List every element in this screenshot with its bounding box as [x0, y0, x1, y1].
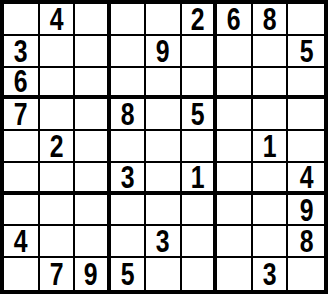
sudoku-cell-r3c8[interactable]	[253, 68, 289, 100]
sudoku-board: 426839567852131494387953	[0, 0, 328, 294]
given-digit: 8	[121, 99, 135, 130]
given-digit: 9	[156, 36, 170, 67]
sudoku-cell-r1c2[interactable]: 4	[40, 4, 76, 36]
given-digit: 5	[121, 258, 135, 290]
sudoku-cell-r9c5[interactable]	[146, 258, 182, 290]
sudoku-cell-r7c2[interactable]	[40, 195, 76, 227]
sudoku-cell-r8c2[interactable]	[40, 226, 76, 258]
sudoku-puzzle: 426839567852131494387953	[0, 0, 328, 294]
sudoku-cell-r1c1[interactable]	[4, 4, 40, 36]
sudoku-cell-r1c8[interactable]: 8	[253, 4, 289, 36]
given-digit: 4	[14, 226, 28, 257]
sudoku-cell-r1c6[interactable]: 2	[182, 4, 218, 36]
sudoku-cell-r1c4[interactable]	[111, 4, 147, 36]
sudoku-cell-r6c9[interactable]: 4	[288, 163, 324, 195]
sudoku-cell-r8c8[interactable]	[253, 226, 289, 258]
sudoku-cell-r4c2[interactable]	[40, 99, 76, 131]
sudoku-cell-r3c2[interactable]	[40, 68, 76, 100]
sudoku-cell-r8c4[interactable]	[111, 226, 147, 258]
given-digit: 5	[299, 36, 313, 67]
sudoku-cell-r7c3[interactable]	[75, 195, 111, 227]
sudoku-cell-r3c4[interactable]	[111, 68, 147, 100]
given-digit: 2	[191, 4, 205, 35]
sudoku-cell-r2c8[interactable]	[253, 36, 289, 68]
given-digit: 8	[299, 226, 313, 257]
sudoku-cell-r9c9[interactable]	[288, 258, 324, 290]
sudoku-cell-r4c3[interactable]	[75, 99, 111, 131]
sudoku-cell-r5c7[interactable]	[217, 131, 253, 163]
sudoku-cell-r9c3[interactable]: 9	[75, 258, 111, 290]
sudoku-cell-r3c3[interactable]	[75, 68, 111, 100]
sudoku-cell-r8c1[interactable]: 4	[4, 226, 40, 258]
given-digit: 3	[263, 258, 277, 290]
sudoku-cell-r9c7[interactable]	[217, 258, 253, 290]
sudoku-cell-r5c6[interactable]	[182, 131, 218, 163]
given-digit: 3	[14, 36, 28, 67]
sudoku-cell-r1c5[interactable]	[146, 4, 182, 36]
given-digit: 6	[14, 68, 28, 98]
sudoku-cell-r3c9[interactable]	[288, 68, 324, 100]
given-digit: 9	[84, 258, 98, 290]
sudoku-cell-r9c8[interactable]: 3	[253, 258, 289, 290]
sudoku-cell-r8c6[interactable]	[182, 226, 218, 258]
sudoku-cell-r8c5[interactable]: 3	[146, 226, 182, 258]
sudoku-cell-r7c8[interactable]	[253, 195, 289, 227]
sudoku-cell-r9c6[interactable]	[182, 258, 218, 290]
given-digit: 9	[299, 195, 313, 226]
sudoku-cell-r1c7[interactable]: 6	[217, 4, 253, 36]
sudoku-cell-r2c6[interactable]	[182, 36, 218, 68]
sudoku-cell-r8c3[interactable]	[75, 226, 111, 258]
sudoku-cell-r9c1[interactable]	[4, 258, 40, 290]
given-digit: 1	[191, 163, 205, 193]
sudoku-cell-r3c1[interactable]: 6	[4, 68, 40, 100]
sudoku-cell-r5c2[interactable]: 2	[40, 131, 76, 163]
sudoku-cell-r2c9[interactable]: 5	[288, 36, 324, 68]
given-digit: 3	[156, 226, 170, 257]
sudoku-cell-r7c5[interactable]	[146, 195, 182, 227]
sudoku-cell-r7c9[interactable]: 9	[288, 195, 324, 227]
sudoku-cell-r3c6[interactable]	[182, 68, 218, 100]
sudoku-cell-r4c6[interactable]: 5	[182, 99, 218, 131]
sudoku-cell-r9c2[interactable]: 7	[40, 258, 76, 290]
sudoku-cell-r4c9[interactable]	[288, 99, 324, 131]
given-digit: 2	[49, 131, 63, 162]
sudoku-cell-r4c1[interactable]: 7	[4, 99, 40, 131]
sudoku-cell-r7c6[interactable]	[182, 195, 218, 227]
sudoku-cell-r2c5[interactable]: 9	[146, 36, 182, 68]
sudoku-cell-r7c7[interactable]	[217, 195, 253, 227]
sudoku-cell-r6c7[interactable]	[217, 163, 253, 195]
given-digit: 5	[191, 99, 205, 130]
sudoku-cell-r9c4[interactable]: 5	[111, 258, 147, 290]
sudoku-cell-r6c5[interactable]	[146, 163, 182, 195]
sudoku-cell-r6c2[interactable]	[40, 163, 76, 195]
sudoku-cell-r7c1[interactable]	[4, 195, 40, 227]
given-digit: 1	[263, 131, 277, 162]
given-digit: 4	[49, 4, 63, 35]
sudoku-cell-r6c4[interactable]: 3	[111, 163, 147, 195]
sudoku-cell-r3c5[interactable]	[146, 68, 182, 100]
sudoku-cell-r4c7[interactable]	[217, 99, 253, 131]
sudoku-cell-r5c1[interactable]	[4, 131, 40, 163]
given-digit: 3	[121, 163, 135, 193]
sudoku-cell-r3c7[interactable]	[217, 68, 253, 100]
sudoku-cell-r5c3[interactable]	[75, 131, 111, 163]
sudoku-cell-r8c7[interactable]	[217, 226, 253, 258]
given-digit: 7	[49, 258, 63, 290]
sudoku-cell-r6c8[interactable]	[253, 163, 289, 195]
sudoku-cell-r7c4[interactable]	[111, 195, 147, 227]
sudoku-cell-r2c7[interactable]	[217, 36, 253, 68]
sudoku-cell-r2c3[interactable]	[75, 36, 111, 68]
given-digit: 8	[263, 4, 277, 35]
sudoku-cell-r5c8[interactable]: 1	[253, 131, 289, 163]
given-digit: 7	[14, 99, 28, 130]
sudoku-cell-r5c4[interactable]	[111, 131, 147, 163]
sudoku-cell-r2c1[interactable]: 3	[4, 36, 40, 68]
given-digit: 6	[227, 4, 241, 35]
sudoku-cell-r6c1[interactable]	[4, 163, 40, 195]
sudoku-cell-r2c4[interactable]	[111, 36, 147, 68]
sudoku-cell-r2c2[interactable]	[40, 36, 76, 68]
sudoku-cell-r4c4[interactable]: 8	[111, 99, 147, 131]
sudoku-cell-r5c9[interactable]	[288, 131, 324, 163]
sudoku-cell-r1c3[interactable]	[75, 4, 111, 36]
sudoku-cell-r5c5[interactable]	[146, 131, 182, 163]
sudoku-cell-r4c5[interactable]	[146, 99, 182, 131]
sudoku-cell-r8c9[interactable]: 8	[288, 226, 324, 258]
sudoku-cell-r1c9[interactable]	[288, 4, 324, 36]
sudoku-cell-r6c6[interactable]: 1	[182, 163, 218, 195]
given-digit: 4	[299, 163, 313, 193]
sudoku-cell-r4c8[interactable]	[253, 99, 289, 131]
sudoku-cell-r6c3[interactable]	[75, 163, 111, 195]
